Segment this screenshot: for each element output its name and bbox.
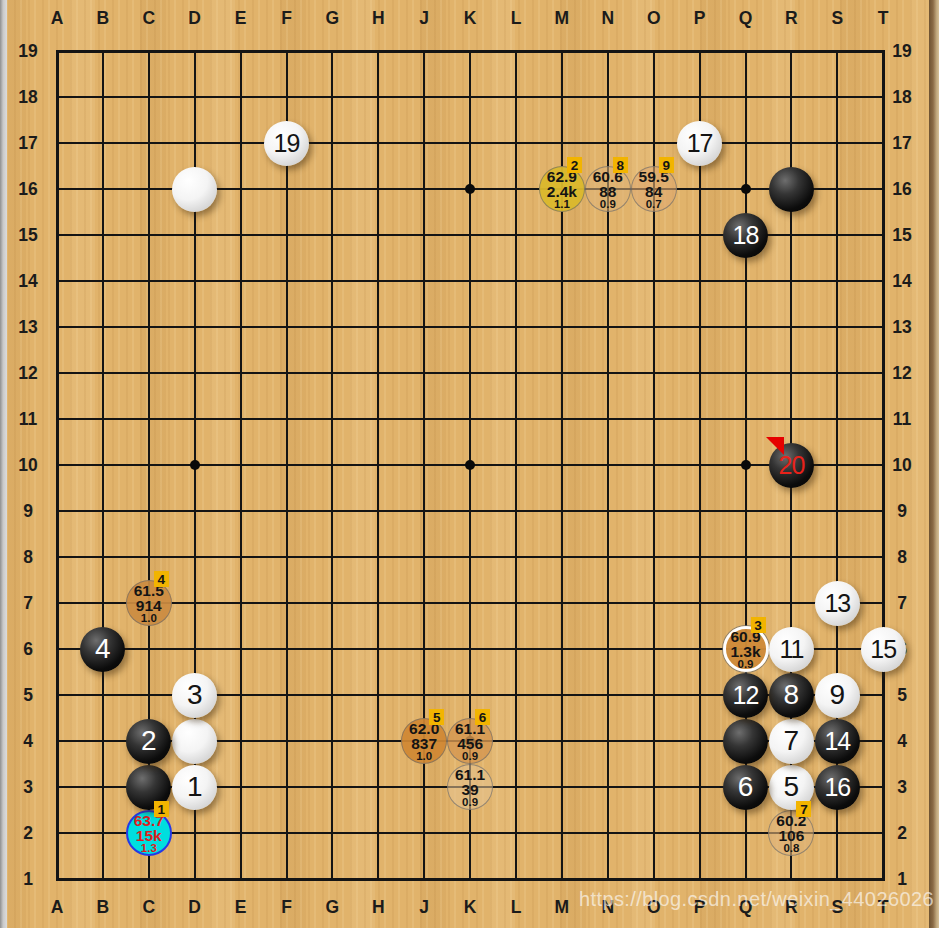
candidate-score: 0.8 xyxy=(783,843,799,854)
move-number: 3 xyxy=(187,679,203,711)
candidate-score: 0.9 xyxy=(600,199,616,210)
stone-black-S3-move-16[interactable]: 16 xyxy=(815,765,860,810)
star-point-Q16 xyxy=(741,184,751,194)
stone-white-S7-move-13[interactable]: 13 xyxy=(815,581,860,626)
row-label-right-14: 14 xyxy=(892,271,911,292)
col-label-top-E: E xyxy=(235,8,247,29)
move-number: 5 xyxy=(784,771,800,803)
col-label-bottom-A: A xyxy=(51,897,64,918)
candidate-visits: 837 xyxy=(411,736,437,751)
row-label-right-1: 1 xyxy=(897,869,907,890)
candidate-rank-tag-5: 5 xyxy=(429,709,444,725)
col-label-bottom-D: D xyxy=(188,897,201,918)
grid-line-horizontal xyxy=(56,556,885,558)
row-label-left-15: 15 xyxy=(18,225,37,246)
candidate-visits: 1.3k xyxy=(730,644,760,659)
move-number: 13 xyxy=(824,589,850,618)
col-label-bottom-G: G xyxy=(326,897,340,918)
move-number: 9 xyxy=(830,679,846,711)
col-label-top-L: L xyxy=(511,8,522,29)
row-label-right-13: 13 xyxy=(892,317,911,338)
star-point-K10 xyxy=(465,460,475,470)
col-label-top-O: O xyxy=(647,8,661,29)
col-label-bottom-L: L xyxy=(511,897,522,918)
stone-black-B6-move-4[interactable]: 4 xyxy=(80,627,125,672)
move-number: 16 xyxy=(824,773,850,802)
candidate-rank-tag-1: 1 xyxy=(154,801,169,817)
grid-line-vertical xyxy=(882,50,885,881)
col-label-bottom-B: B xyxy=(97,897,110,918)
col-label-bottom-M: M xyxy=(555,897,570,918)
col-label-top-G: G xyxy=(326,8,340,29)
stone-black-R5-move-8[interactable]: 8 xyxy=(769,673,814,718)
star-point-K16 xyxy=(465,184,475,194)
move-number: 4 xyxy=(95,633,111,665)
stone-black-Q5-move-12[interactable]: 12 xyxy=(723,673,768,718)
col-label-top-B: B xyxy=(97,8,110,29)
board-right-bevel xyxy=(929,0,939,928)
row-label-left-10: 10 xyxy=(18,455,37,476)
candidate-score: 1.1 xyxy=(554,199,570,210)
grid-line-horizontal xyxy=(56,602,885,604)
row-label-right-12: 12 xyxy=(892,363,911,384)
move-number: 1 xyxy=(187,771,203,803)
stone-white-F17-move-19[interactable]: 19 xyxy=(264,121,309,166)
candidate-score: 0.9 xyxy=(462,751,478,762)
col-label-bottom-E: E xyxy=(235,897,247,918)
last-move-marker-icon xyxy=(766,437,784,455)
col-label-top-M: M xyxy=(555,8,570,29)
row-label-left-4: 4 xyxy=(23,731,33,752)
stone-white-D4[interactable] xyxy=(172,719,217,764)
row-label-right-11: 11 xyxy=(893,409,912,430)
grid-line-vertical xyxy=(515,50,517,881)
col-label-top-R: R xyxy=(785,8,798,29)
col-label-top-S: S xyxy=(831,8,843,29)
move-number: 18 xyxy=(733,221,759,250)
row-label-left-16: 16 xyxy=(18,179,37,200)
star-point-Q10 xyxy=(741,460,751,470)
stone-black-R10-move-20[interactable]: 20 xyxy=(769,443,814,488)
watermark: https://blog.csdn.net/weixin_44026026 xyxy=(579,888,934,911)
col-label-top-C: C xyxy=(142,8,155,29)
candidate-rank-tag-3: 3 xyxy=(751,617,766,633)
row-label-right-19: 19 xyxy=(892,41,911,62)
move-number: 15 xyxy=(870,635,896,664)
row-label-left-11: 11 xyxy=(19,409,38,430)
candidate-rank-tag-6: 6 xyxy=(475,709,490,725)
col-label-bottom-F: F xyxy=(281,897,292,918)
stone-white-D16[interactable] xyxy=(172,167,217,212)
row-label-right-15: 15 xyxy=(892,225,911,246)
col-label-top-N: N xyxy=(601,8,614,29)
candidate-rank-tag-8: 8 xyxy=(613,157,628,173)
candidate-visits: 88 xyxy=(599,184,616,199)
row-label-left-18: 18 xyxy=(18,87,37,108)
col-label-top-A: A xyxy=(51,8,64,29)
move-number: 19 xyxy=(274,129,300,158)
row-label-left-14: 14 xyxy=(18,271,37,292)
row-label-left-19: 19 xyxy=(18,41,37,62)
grid-line-horizontal xyxy=(56,878,885,881)
row-label-left-13: 13 xyxy=(18,317,37,338)
row-label-right-9: 9 xyxy=(897,501,907,522)
col-label-top-F: F xyxy=(281,8,292,29)
row-label-left-6: 6 xyxy=(23,639,33,660)
col-label-top-J: J xyxy=(419,8,429,29)
grid-line-vertical xyxy=(699,50,701,881)
row-label-right-7: 7 xyxy=(897,593,907,614)
go-review-app: AABBCCDDEEFFGGHHJJKKLLMMNNOOPPQQRRSSTT19… xyxy=(0,0,939,928)
stone-black-C4-move-2[interactable]: 2 xyxy=(126,719,171,764)
candidate-score: 1.0 xyxy=(416,751,432,762)
stone-white-T6-move-15[interactable]: 15 xyxy=(861,627,906,672)
row-label-left-8: 8 xyxy=(23,547,33,568)
col-label-bottom-J: J xyxy=(419,897,429,918)
row-label-right-3: 3 xyxy=(897,777,907,798)
candidate-rank-tag-7: 7 xyxy=(796,801,811,817)
candidate-score: 0.7 xyxy=(646,199,662,210)
col-label-top-K: K xyxy=(464,8,477,29)
row-label-left-2: 2 xyxy=(23,823,33,844)
row-label-right-5: 5 xyxy=(897,685,907,706)
row-label-left-9: 9 xyxy=(23,501,33,522)
candidate-score: 1.3 xyxy=(141,843,157,854)
col-label-top-T: T xyxy=(878,8,889,29)
move-number: 2 xyxy=(141,725,157,757)
move-number: 14 xyxy=(824,727,850,756)
candidate-visits: 456 xyxy=(457,736,483,751)
col-label-bottom-C: C xyxy=(142,897,155,918)
candidate-visits: 914 xyxy=(136,598,162,613)
move-number: 8 xyxy=(784,679,800,711)
window-left-edge xyxy=(0,0,7,928)
stone-black-Q4[interactable] xyxy=(723,719,768,764)
row-label-right-8: 8 xyxy=(897,547,907,568)
star-point-D10 xyxy=(190,460,200,470)
candidate-rank-tag-4: 4 xyxy=(154,571,169,587)
col-label-bottom-K: K xyxy=(464,897,477,918)
stone-white-D3-move-1[interactable]: 1 xyxy=(172,765,217,810)
row-label-left-5: 5 xyxy=(23,685,33,706)
candidate-rank-tag-2: 2 xyxy=(567,157,582,173)
candidate-score: 0.9 xyxy=(462,797,478,808)
col-label-top-Q: Q xyxy=(739,8,753,29)
candidate-rank-tag-9: 9 xyxy=(659,157,674,173)
grid-line-horizontal xyxy=(56,832,885,834)
col-label-top-P: P xyxy=(694,8,706,29)
stone-white-D5-move-3[interactable]: 3 xyxy=(172,673,217,718)
row-label-left-3: 3 xyxy=(23,777,33,798)
row-label-left-12: 12 xyxy=(18,363,37,384)
stone-white-R4-move-7[interactable]: 7 xyxy=(769,719,814,764)
stone-black-Q3-move-6[interactable]: 6 xyxy=(723,765,768,810)
candidate-score: 0.9 xyxy=(738,659,754,670)
row-label-right-18: 18 xyxy=(892,87,911,108)
move-number: 11 xyxy=(779,635,803,664)
row-label-left-17: 17 xyxy=(18,133,37,154)
candidate-winrate: 61.1 xyxy=(455,767,485,782)
candidate-score: 1.0 xyxy=(141,613,157,624)
col-label-top-H: H xyxy=(372,8,385,29)
stone-black-S4-move-14[interactable]: 14 xyxy=(815,719,860,764)
col-label-bottom-H: H xyxy=(372,897,385,918)
col-label-top-D: D xyxy=(188,8,201,29)
stone-white-S5-move-9[interactable]: 9 xyxy=(815,673,860,718)
stone-black-Q15-move-18[interactable]: 18 xyxy=(723,213,768,258)
row-label-left-7: 7 xyxy=(23,593,33,614)
row-label-right-2: 2 xyxy=(897,823,907,844)
row-label-right-17: 17 xyxy=(892,133,911,154)
row-label-right-16: 16 xyxy=(892,179,911,200)
grid-line-horizontal xyxy=(56,510,885,512)
candidate-visits: 39 xyxy=(461,782,478,797)
stone-white-P17-move-17[interactable]: 17 xyxy=(677,121,722,166)
stone-black-R16[interactable] xyxy=(769,167,814,212)
move-number: 12 xyxy=(733,681,759,710)
analysis-candidate-K3[interactable]: 61.1390.9 xyxy=(447,764,493,810)
candidate-visits: 15k xyxy=(136,828,162,843)
stone-white-R6-move-11[interactable]: 11 xyxy=(769,627,814,672)
move-number: 6 xyxy=(738,771,754,803)
row-label-right-4: 4 xyxy=(897,731,907,752)
candidate-visits: 106 xyxy=(778,828,804,843)
row-label-left-1: 1 xyxy=(23,869,33,890)
move-number: 17 xyxy=(687,129,713,158)
candidate-visits: 2.4k xyxy=(547,184,577,199)
move-number: 7 xyxy=(784,725,800,757)
candidate-visits: 84 xyxy=(645,184,662,199)
row-label-right-10: 10 xyxy=(892,455,911,476)
move-number: 20 xyxy=(778,451,804,480)
